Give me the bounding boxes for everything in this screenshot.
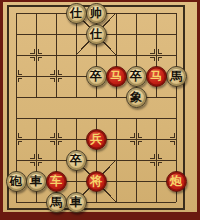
piece-black-cannon[interactable]: 砲 <box>6 171 27 192</box>
window-frame: 仕帅仕卒卒馬象卒砲車馬車马马兵车将炮 <box>0 0 200 220</box>
piece-red-cannon[interactable]: 炮 <box>166 171 187 192</box>
piece-black-pawn[interactable]: 卒 <box>66 150 87 171</box>
piece-black-chariot[interactable]: 車 <box>26 171 47 192</box>
piece-black-chariot[interactable]: 車 <box>66 192 87 213</box>
xiangqi-board[interactable]: 仕帅仕卒卒馬象卒砲車馬車马马兵车将炮 <box>6 3 186 213</box>
piece-red-horse[interactable]: 马 <box>146 66 167 87</box>
piece-red-pawn[interactable]: 兵 <box>86 129 107 150</box>
piece-black-pawn[interactable]: 卒 <box>126 66 147 87</box>
piece-black-advisor[interactable]: 仕 <box>86 24 107 45</box>
piece-red-king[interactable]: 将 <box>86 171 107 192</box>
piece-black-king[interactable]: 帅 <box>86 3 107 24</box>
piece-black-elephant[interactable]: 象 <box>126 87 147 108</box>
piece-black-horse[interactable]: 馬 <box>46 192 67 213</box>
piece-black-horse[interactable]: 馬 <box>166 66 187 87</box>
piece-red-chariot[interactable]: 车 <box>46 171 67 192</box>
piece-black-advisor[interactable]: 仕 <box>66 3 87 24</box>
piece-red-horse[interactable]: 马 <box>106 66 127 87</box>
piece-black-pawn[interactable]: 卒 <box>86 66 107 87</box>
